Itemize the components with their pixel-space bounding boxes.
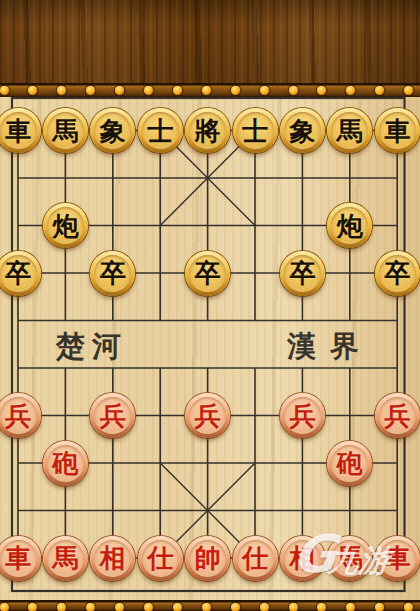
rivet (144, 603, 153, 611)
piece-red-horse[interactable]: 馬 (43, 536, 88, 581)
piece-character: 馬 (47, 540, 84, 577)
piece-red-elephant[interactable]: 相 (90, 536, 135, 581)
rivet (404, 603, 413, 611)
piece-black-soldier[interactable]: 卒 (90, 251, 135, 296)
rivet (404, 86, 413, 95)
rivet (28, 603, 37, 611)
piece-character: 象 (284, 112, 321, 149)
piece-character: 兵 (379, 397, 416, 434)
piece-black-general[interactable]: 將 (185, 108, 230, 153)
river-label-chu-he: 楚河 (56, 331, 128, 361)
rivet (144, 86, 153, 95)
piece-black-soldier[interactable]: 卒 (0, 251, 41, 296)
rivet (115, 603, 124, 611)
piece-red-chariot[interactable]: 車 (0, 536, 41, 581)
rivet (0, 603, 9, 611)
piece-red-horse[interactable]: 馬 (327, 536, 372, 581)
piece-character: 兵 (189, 397, 226, 434)
piece-character: 馬 (47, 112, 84, 149)
rivet (375, 86, 384, 95)
rivet (57, 86, 66, 95)
piece-character: 馬 (331, 112, 368, 149)
piece-black-soldier[interactable]: 卒 (375, 251, 420, 296)
piece-character: 相 (94, 540, 131, 577)
piece-black-advisor[interactable]: 士 (233, 108, 278, 153)
piece-character: 士 (237, 112, 274, 149)
rivet (260, 86, 269, 95)
piece-character: 相 (284, 540, 321, 577)
piece-character: 帥 (189, 540, 226, 577)
piece-black-chariot[interactable]: 車 (375, 108, 420, 153)
piece-character: 仕 (237, 540, 274, 577)
piece-character: 炮 (47, 207, 84, 244)
rivet (173, 603, 182, 611)
piece-black-horse[interactable]: 馬 (327, 108, 372, 153)
piece-red-soldier[interactable]: 兵 (185, 393, 230, 438)
piece-red-soldier[interactable]: 兵 (280, 393, 325, 438)
piece-character: 車 (0, 540, 37, 577)
piece-red-advisor[interactable]: 仕 (138, 536, 183, 581)
piece-black-soldier[interactable]: 卒 (280, 251, 325, 296)
piece-red-general[interactable]: 帥 (185, 536, 230, 581)
wood-frame-top (0, 0, 420, 83)
piece-black-elephant[interactable]: 象 (90, 108, 135, 153)
rivet (231, 603, 240, 611)
rivet (57, 603, 66, 611)
piece-black-cannon[interactable]: 炮 (327, 203, 372, 248)
piece-black-soldier[interactable]: 卒 (185, 251, 230, 296)
piece-red-elephant[interactable]: 相 (280, 536, 325, 581)
piece-red-cannon[interactable]: 砲 (43, 441, 88, 486)
piece-character: 士 (142, 112, 179, 149)
piece-character: 兵 (0, 397, 37, 434)
piece-character: 卒 (284, 255, 321, 292)
piece-black-chariot[interactable]: 車 (0, 108, 41, 153)
piece-character: 卒 (189, 255, 226, 292)
xiangqi-app: 楚河 漢界 車馬象士將士象馬車炮炮卒卒卒卒卒兵兵兵兵兵砲砲車馬相仕帥仕相馬車 G… (0, 0, 420, 611)
rivet (0, 86, 9, 95)
piece-black-advisor[interactable]: 士 (138, 108, 183, 153)
rivet (202, 603, 211, 611)
rivet (231, 86, 240, 95)
piece-character: 砲 (47, 445, 84, 482)
rivet (173, 86, 182, 95)
rivet (346, 603, 355, 611)
rivet (86, 603, 95, 611)
piece-red-soldier[interactable]: 兵 (375, 393, 420, 438)
piece-character: 車 (0, 112, 37, 149)
piece-character: 兵 (94, 397, 131, 434)
rivet (346, 86, 355, 95)
rivet (317, 86, 326, 95)
piece-character: 卒 (94, 255, 131, 292)
rivet (115, 86, 124, 95)
piece-red-chariot[interactable]: 車 (375, 536, 420, 581)
piece-character: 兵 (284, 397, 321, 434)
piece-red-soldier[interactable]: 兵 (90, 393, 135, 438)
piece-character: 仕 (142, 540, 179, 577)
piece-character: 卒 (0, 255, 37, 292)
piece-character: 炮 (331, 207, 368, 244)
rivet (86, 86, 95, 95)
rivet (289, 86, 298, 95)
rivet (28, 86, 37, 95)
piece-black-elephant[interactable]: 象 (280, 108, 325, 153)
piece-character: 車 (379, 540, 416, 577)
rivet (317, 603, 326, 611)
rivet (260, 603, 269, 611)
piece-red-cannon[interactable]: 砲 (327, 441, 372, 486)
rivet (375, 603, 384, 611)
piece-character: 砲 (331, 445, 368, 482)
piece-character: 卒 (379, 255, 416, 292)
piece-character: 象 (94, 112, 131, 149)
piece-character: 車 (379, 112, 416, 149)
piece-character: 馬 (331, 540, 368, 577)
rivet (202, 86, 211, 95)
piece-black-horse[interactable]: 馬 (43, 108, 88, 153)
rivet (289, 603, 298, 611)
board-rail-top (0, 83, 420, 97)
piece-red-soldier[interactable]: 兵 (0, 393, 41, 438)
board-rail-bottom (0, 600, 420, 611)
piece-character: 將 (189, 112, 226, 149)
piece-red-advisor[interactable]: 仕 (233, 536, 278, 581)
river-label-han-jie: 漢界 (287, 331, 373, 361)
piece-black-cannon[interactable]: 炮 (43, 203, 88, 248)
